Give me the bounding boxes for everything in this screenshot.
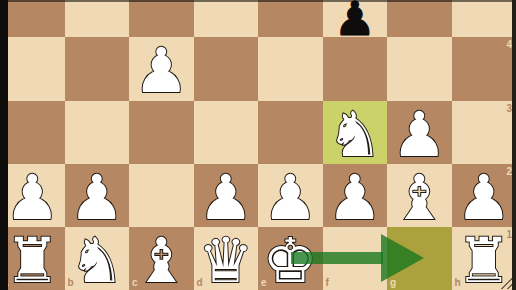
square-b3[interactable]: [65, 101, 130, 164]
white-pawn[interactable]: ♟: [4, 169, 60, 227]
square-c2[interactable]: [129, 164, 194, 227]
black-pawn[interactable]: ♟: [334, 2, 376, 35]
square-b4[interactable]: [65, 37, 130, 101]
white-knight[interactable]: ♞: [69, 232, 125, 290]
coord-rank-4: 4: [506, 40, 512, 50]
square-b2[interactable]: ♟: [65, 164, 130, 227]
coord-rank-3: 3: [506, 104, 512, 114]
square-h3[interactable]: 3: [452, 101, 516, 164]
white-pawn[interactable]: ♟: [391, 106, 447, 164]
white-queen[interactable]: ♛: [198, 232, 254, 290]
chess-board: ♟♟4♞♟3♟♟♟♟♟♝♟2♜a♞b♝c♛d♚efg♜h1: [0, 0, 516, 290]
square-h5[interactable]: [452, 0, 516, 37]
square-h4[interactable]: 4: [452, 37, 516, 101]
square-f1[interactable]: f: [323, 227, 388, 290]
square-g3[interactable]: ♟: [387, 101, 452, 164]
coord-rank-1: 1: [506, 230, 512, 240]
coord-file-h: h: [455, 278, 461, 288]
white-pawn[interactable]: ♟: [133, 42, 189, 100]
chess-screenshot: { "game": "chess", "view": "white-perspe…: [0, 0, 516, 290]
square-h1[interactable]: ♜h1: [452, 227, 516, 290]
white-bishop[interactable]: ♝: [391, 169, 447, 227]
square-a3[interactable]: [0, 101, 65, 164]
square-g2[interactable]: ♝: [387, 164, 452, 227]
white-knight[interactable]: ♞: [327, 106, 383, 164]
coord-file-f: f: [326, 278, 329, 288]
square-c1[interactable]: ♝c: [129, 227, 194, 290]
square-a2[interactable]: ♟: [0, 164, 65, 227]
square-e2[interactable]: ♟: [258, 164, 323, 227]
square-e5[interactable]: [258, 0, 323, 37]
square-b5[interactable]: [65, 0, 130, 37]
coord-file-c: c: [132, 278, 138, 288]
coord-file-a: a: [3, 278, 9, 288]
coord-file-e: e: [261, 278, 267, 288]
square-d5[interactable]: [194, 0, 259, 37]
square-d4[interactable]: [194, 37, 259, 101]
white-bishop[interactable]: ♝: [133, 232, 189, 290]
square-d3[interactable]: [194, 101, 259, 164]
white-pawn[interactable]: ♟: [262, 169, 318, 227]
square-c5[interactable]: [129, 0, 194, 37]
white-pawn[interactable]: ♟: [456, 169, 512, 227]
white-pawn[interactable]: ♟: [327, 169, 383, 227]
square-a1[interactable]: ♜a: [0, 227, 65, 290]
white-pawn[interactable]: ♟: [69, 169, 125, 227]
square-h2[interactable]: ♟2: [452, 164, 516, 227]
square-d1[interactable]: ♛d: [194, 227, 259, 290]
coord-file-b: b: [68, 278, 74, 288]
square-a5[interactable]: [0, 0, 65, 37]
square-e4[interactable]: [258, 37, 323, 101]
square-g1[interactable]: g: [387, 227, 452, 290]
square-g4[interactable]: [387, 37, 452, 101]
square-f4[interactable]: [323, 37, 388, 101]
coord-rank-2: 2: [506, 167, 512, 177]
white-pawn[interactable]: ♟: [198, 169, 254, 227]
white-king[interactable]: ♚: [262, 232, 318, 290]
square-d2[interactable]: ♟: [194, 164, 259, 227]
coord-file-g: g: [390, 278, 396, 288]
square-f2[interactable]: ♟: [323, 164, 388, 227]
square-f3[interactable]: ♞: [323, 101, 388, 164]
square-g5[interactable]: [387, 0, 452, 37]
white-rook[interactable]: ♜: [4, 232, 60, 290]
square-c3[interactable]: [129, 101, 194, 164]
square-c4[interactable]: ♟: [129, 37, 194, 101]
square-b1[interactable]: ♞b: [65, 227, 130, 290]
white-rook[interactable]: ♜: [456, 232, 512, 290]
square-f5[interactable]: ♟: [323, 0, 388, 37]
square-e1[interactable]: ♚e: [258, 227, 323, 290]
square-a4[interactable]: [0, 37, 65, 101]
coord-file-d: d: [197, 278, 203, 288]
square-e3[interactable]: [258, 101, 323, 164]
